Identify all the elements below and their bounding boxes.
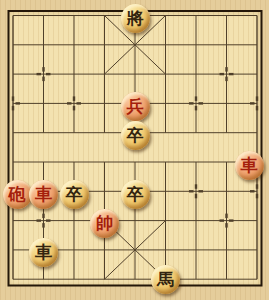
piece-black-soldier[interactable]: 卒 [60,180,89,209]
piece-character: 車 [35,185,52,202]
piece-character: 車 [241,156,258,173]
piece-red-soldier[interactable]: 兵 [121,92,150,121]
xiangqi-board[interactable]: 將兵卒車砲車卒卒帥車馬 [0,0,269,300]
piece-black-chariot[interactable]: 車 [29,238,58,267]
piece-black-general[interactable]: 將 [121,4,150,33]
piece-black-horse[interactable]: 馬 [151,265,180,294]
piece-black-soldier[interactable]: 卒 [121,121,150,150]
piece-character: 將 [127,10,144,27]
piece-character: 馬 [157,270,174,287]
piece-red-general[interactable]: 帥 [90,209,119,238]
piece-red-cannon[interactable]: 砲 [3,180,32,209]
piece-character: 車 [35,244,52,261]
pieces-layer: 將兵卒車砲車卒卒帥車馬 [0,0,269,300]
piece-character: 卒 [127,127,144,144]
piece-red-chariot[interactable]: 車 [29,180,58,209]
piece-character: 帥 [96,215,113,232]
piece-red-chariot[interactable]: 車 [235,151,264,180]
piece-character: 卒 [66,185,83,202]
piece-character: 兵 [127,97,144,114]
piece-character: 卒 [127,185,144,202]
piece-black-soldier[interactable]: 卒 [121,180,150,209]
piece-character: 砲 [9,185,26,202]
